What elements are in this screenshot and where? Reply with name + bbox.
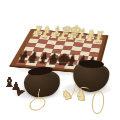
board-square [35, 43, 46, 48]
board-square [62, 45, 73, 50]
right-pouch-cord-loop [91, 90, 105, 114]
loose-light-knight: ♞ [60, 87, 74, 102]
scene: ♜♞♝♛♚♝♞♜♟♟♟♟♟♟♟♟♟♟♟♟♟♟♟♟♜♞♝♛♚♝♞♜ ♝♟♟♞♞ [0, 0, 120, 120]
board-square [26, 42, 37, 47]
loose-light-knight: ♞ [74, 87, 88, 102]
white-rook: ♜ [94, 29, 105, 39]
